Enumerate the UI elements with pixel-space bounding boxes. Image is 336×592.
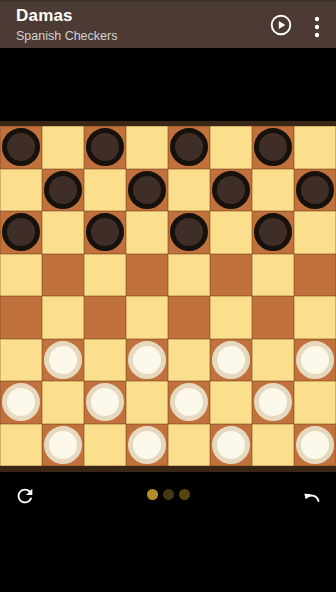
white-man[interactable] [170,383,208,421]
square-f8[interactable] [210,126,252,169]
square-c6[interactable] [84,211,126,254]
square-d7[interactable] [126,169,168,212]
square-a2[interactable] [0,381,42,424]
white-man[interactable] [296,341,334,379]
square-g6[interactable] [252,211,294,254]
square-h1[interactable] [294,424,336,467]
black-man[interactable] [296,171,334,209]
white-man[interactable] [44,426,82,464]
square-d1[interactable] [126,424,168,467]
black-man[interactable] [170,128,208,166]
black-man[interactable] [128,171,166,209]
square-e7[interactable] [168,169,210,212]
page-dot-2 [163,489,174,500]
square-b3[interactable] [42,339,84,382]
square-a7[interactable] [0,169,42,212]
square-h8[interactable] [294,126,336,169]
square-b4[interactable] [42,296,84,339]
square-a4[interactable] [0,296,42,339]
square-g3[interactable] [252,339,294,382]
square-f1[interactable] [210,424,252,467]
square-e5[interactable] [168,254,210,297]
square-a8[interactable] [0,126,42,169]
play-button[interactable] [269,13,293,37]
square-b6[interactable] [42,211,84,254]
square-c4[interactable] [84,296,126,339]
square-d2[interactable] [126,381,168,424]
square-f4[interactable] [210,296,252,339]
undo-icon [300,485,322,507]
overflow-menu-button[interactable] [305,11,329,39]
square-c8[interactable] [84,126,126,169]
square-e1[interactable] [168,424,210,467]
square-c3[interactable] [84,339,126,382]
square-b1[interactable] [42,424,84,467]
white-man[interactable] [296,426,334,464]
white-man[interactable] [212,341,250,379]
white-man[interactable] [212,426,250,464]
board-grid [0,126,336,466]
square-g4[interactable] [252,296,294,339]
square-c5[interactable] [84,254,126,297]
square-f7[interactable] [210,169,252,212]
square-g5[interactable] [252,254,294,297]
kebab-menu-icon [305,11,329,39]
black-man[interactable] [254,213,292,251]
app-bar: Damas Spanish Checkers [0,0,336,48]
square-h4[interactable] [294,296,336,339]
square-a3[interactable] [0,339,42,382]
white-man[interactable] [128,341,166,379]
black-man[interactable] [212,171,250,209]
square-d3[interactable] [126,339,168,382]
square-b8[interactable] [42,126,84,169]
square-e8[interactable] [168,126,210,169]
square-a1[interactable] [0,424,42,467]
white-man[interactable] [254,383,292,421]
bottom-bar [0,472,336,592]
checkers-board [0,121,336,472]
square-d8[interactable] [126,126,168,169]
square-a6[interactable] [0,211,42,254]
square-d4[interactable] [126,296,168,339]
square-e3[interactable] [168,339,210,382]
square-f5[interactable] [210,254,252,297]
square-g7[interactable] [252,169,294,212]
play-circle-icon [269,13,293,37]
page-dot-1-active [147,489,158,500]
square-b5[interactable] [42,254,84,297]
black-man[interactable] [86,213,124,251]
white-man[interactable] [44,341,82,379]
square-d5[interactable] [126,254,168,297]
app-title: Damas [16,6,73,26]
square-h6[interactable] [294,211,336,254]
black-man[interactable] [44,171,82,209]
square-b2[interactable] [42,381,84,424]
square-c1[interactable] [84,424,126,467]
white-man[interactable] [86,383,124,421]
square-e4[interactable] [168,296,210,339]
black-man[interactable] [170,213,208,251]
white-man[interactable] [2,383,40,421]
square-h5[interactable] [294,254,336,297]
square-g8[interactable] [252,126,294,169]
square-f6[interactable] [210,211,252,254]
page-dot-3 [179,489,190,500]
page-indicator [0,489,336,500]
square-d6[interactable] [126,211,168,254]
square-h7[interactable] [294,169,336,212]
square-e2[interactable] [168,381,210,424]
app-subtitle: Spanish Checkers [16,29,117,43]
square-g1[interactable] [252,424,294,467]
black-man[interactable] [86,128,124,166]
square-f2[interactable] [210,381,252,424]
square-f3[interactable] [210,339,252,382]
square-b7[interactable] [42,169,84,212]
square-a5[interactable] [0,254,42,297]
square-c7[interactable] [84,169,126,212]
undo-button[interactable] [300,485,322,507]
white-man[interactable] [128,426,166,464]
square-c2[interactable] [84,381,126,424]
square-e6[interactable] [168,211,210,254]
square-h3[interactable] [294,339,336,382]
square-g2[interactable] [252,381,294,424]
square-h2[interactable] [294,381,336,424]
black-man[interactable] [2,213,40,251]
black-man[interactable] [254,128,292,166]
black-man[interactable] [2,128,40,166]
